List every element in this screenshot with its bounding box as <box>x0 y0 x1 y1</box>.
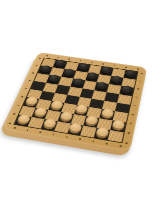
border-dot <box>114 65 116 66</box>
border-dot <box>80 60 82 61</box>
border-dot <box>120 145 122 146</box>
border-dot <box>136 97 138 98</box>
border-dot <box>134 105 136 106</box>
border-dot <box>57 57 59 58</box>
board-scene <box>2 52 147 152</box>
border-dot <box>130 123 132 124</box>
border-dot <box>46 55 48 56</box>
border-dot <box>14 127 16 128</box>
border-dot <box>25 88 27 89</box>
border-dot <box>13 113 15 114</box>
border-dot <box>29 80 31 81</box>
checker-piece-light <box>101 108 114 118</box>
border-dot <box>9 123 11 124</box>
border-dot <box>52 134 54 135</box>
border-dot <box>17 105 19 106</box>
border-dot <box>137 68 139 69</box>
border-dot <box>125 67 127 68</box>
border-dot <box>21 96 23 97</box>
border-dot <box>141 73 143 74</box>
border-dot <box>27 130 29 131</box>
border-dot <box>106 143 108 144</box>
border-dot <box>39 58 41 59</box>
border-dot <box>36 65 38 66</box>
border-dot <box>138 88 140 89</box>
product-photo-checkers-set[interactable] <box>0 0 164 200</box>
checker-piece-black <box>125 69 137 77</box>
border-dot <box>32 72 34 73</box>
square-7-7 <box>108 130 124 142</box>
border-dot <box>128 133 130 134</box>
border-dot <box>139 81 141 82</box>
border-dot <box>39 132 41 133</box>
border-dot <box>79 139 81 140</box>
play-area <box>13 58 138 144</box>
border-dot <box>66 136 68 137</box>
border-dot <box>92 141 94 142</box>
border-dot <box>132 114 134 115</box>
checker-piece-black <box>111 75 123 83</box>
border-dot <box>126 142 128 143</box>
border-dot <box>102 63 104 64</box>
border-dot <box>91 62 93 63</box>
checker-piece-black <box>121 85 133 94</box>
border-dot <box>68 58 70 59</box>
